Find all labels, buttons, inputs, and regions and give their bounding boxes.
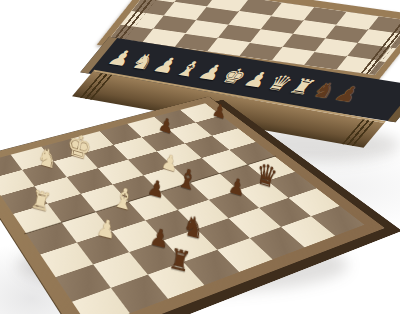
piece-dark-pawn-f7[interactable]: ♟ (151, 106, 182, 144)
piece-dark-queen-g3[interactable]: ♛ (250, 156, 282, 198)
piece-dark-pawn-d4[interactable]: ♟ (138, 167, 174, 210)
piece-dark-pawn-f3[interactable]: ♟ (220, 165, 254, 208)
piece-light-pawn-b3[interactable]: ♟ (87, 205, 127, 251)
piece-dark-bishop-e4[interactable]: ♝ (170, 157, 204, 199)
piece-light-knight-b7[interactable]: ♞ (30, 137, 66, 178)
product-photo-chess-set: { "game": "chess", "scene": "wooden fold… (0, 0, 400, 314)
piece-dark-rook-c1[interactable]: ♜ (160, 235, 200, 283)
piece-light-rook-a5[interactable]: ♜ (21, 178, 60, 222)
piece-light-king-c7[interactable]: ♚ (62, 128, 96, 168)
